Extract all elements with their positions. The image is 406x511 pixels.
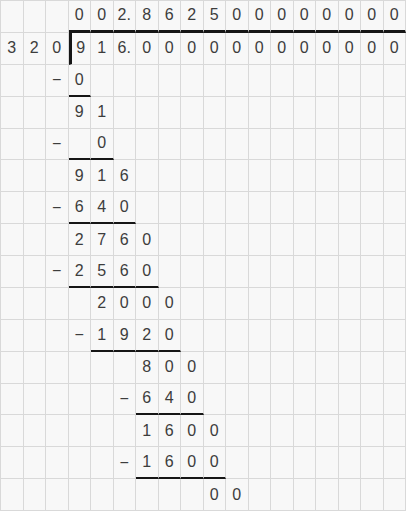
digit-cell: 6.	[114, 33, 137, 65]
empty-cell	[24, 352, 47, 384]
minus-sign: −	[69, 320, 92, 352]
empty-cell	[361, 97, 384, 129]
digit-cell: 4	[159, 384, 182, 416]
digit-cell: 3	[1, 33, 24, 65]
empty-cell	[24, 288, 47, 320]
empty-cell	[361, 447, 384, 479]
empty-cell	[339, 384, 362, 416]
empty-cell	[271, 256, 294, 288]
empty-cell	[384, 160, 406, 192]
empty-cell	[249, 224, 272, 256]
empty-cell	[226, 160, 249, 192]
digit-cell: 0	[181, 33, 204, 65]
digit-cell: 0	[204, 479, 227, 511]
empty-cell	[24, 256, 47, 288]
empty-cell	[294, 352, 317, 384]
digit-cell: 0	[159, 352, 182, 384]
empty-cell	[69, 129, 92, 161]
empty-cell	[204, 97, 227, 129]
empty-cell	[316, 65, 339, 97]
empty-cell	[249, 352, 272, 384]
empty-cell	[69, 288, 92, 320]
empty-cell	[1, 288, 24, 320]
empty-cell	[1, 256, 24, 288]
empty-cell	[384, 384, 406, 416]
digit-cell: 0	[294, 33, 317, 65]
empty-cell	[159, 97, 182, 129]
empty-cell	[181, 97, 204, 129]
digit-cell: 6	[114, 224, 137, 256]
empty-cell	[46, 97, 69, 129]
empty-cell	[294, 288, 317, 320]
digit-cell: 2	[69, 256, 92, 288]
empty-cell	[294, 65, 317, 97]
empty-cell	[271, 97, 294, 129]
empty-cell	[181, 129, 204, 161]
empty-cell	[339, 129, 362, 161]
digit-cell: 0	[226, 479, 249, 511]
empty-cell	[271, 224, 294, 256]
empty-cell	[46, 1, 69, 33]
empty-cell	[136, 65, 159, 97]
empty-cell	[1, 1, 24, 33]
empty-cell	[361, 288, 384, 320]
empty-cell	[114, 65, 137, 97]
empty-cell	[271, 415, 294, 447]
digit-cell: 0	[159, 320, 182, 352]
empty-cell	[339, 224, 362, 256]
digit-cell: 1	[91, 33, 114, 65]
digit-cell: 0	[181, 384, 204, 416]
empty-cell	[384, 192, 406, 224]
empty-cell	[339, 192, 362, 224]
empty-cell	[339, 352, 362, 384]
empty-cell	[181, 65, 204, 97]
empty-cell	[339, 65, 362, 97]
empty-cell	[114, 415, 137, 447]
digit-cell: 0	[69, 65, 92, 97]
digit-cell: 0	[136, 224, 159, 256]
empty-cell	[294, 97, 317, 129]
empty-cell	[384, 447, 406, 479]
empty-cell	[384, 320, 406, 352]
empty-cell	[46, 288, 69, 320]
empty-cell	[136, 129, 159, 161]
empty-cell	[361, 129, 384, 161]
empty-cell	[24, 192, 47, 224]
digit-cell: 8	[136, 1, 159, 33]
empty-cell	[316, 352, 339, 384]
division-board: 002.862500000000320916.000000000000−091−…	[0, 0, 406, 511]
digit-cell: 4	[91, 192, 114, 224]
empty-cell	[249, 97, 272, 129]
empty-cell	[24, 160, 47, 192]
empty-cell	[181, 320, 204, 352]
digit-cell: 1	[136, 447, 159, 479]
digit-cell: 2	[136, 320, 159, 352]
empty-cell	[249, 256, 272, 288]
empty-cell	[1, 129, 24, 161]
digit-cell: 0	[339, 1, 362, 33]
empty-cell	[294, 224, 317, 256]
digit-cell: 0	[114, 288, 137, 320]
digit-cell: 7	[91, 224, 114, 256]
empty-cell	[159, 192, 182, 224]
digit-cell: 1	[91, 160, 114, 192]
digit-cell: 0	[69, 1, 92, 33]
empty-cell	[316, 192, 339, 224]
empty-cell	[361, 352, 384, 384]
empty-cell	[271, 192, 294, 224]
empty-cell	[1, 479, 24, 511]
empty-cell	[249, 288, 272, 320]
empty-cell	[204, 256, 227, 288]
empty-cell	[69, 479, 92, 511]
empty-cell	[1, 65, 24, 97]
empty-cell	[361, 256, 384, 288]
empty-cell	[316, 97, 339, 129]
empty-cell	[1, 415, 24, 447]
empty-cell	[24, 65, 47, 97]
empty-cell	[361, 224, 384, 256]
empty-cell	[249, 447, 272, 479]
empty-cell	[384, 65, 406, 97]
empty-cell	[316, 160, 339, 192]
empty-cell	[226, 352, 249, 384]
empty-cell	[24, 415, 47, 447]
empty-cell	[24, 129, 47, 161]
empty-cell	[1, 447, 24, 479]
digit-cell: 0	[91, 129, 114, 161]
empty-cell	[204, 224, 227, 256]
digit-cell: 8	[136, 352, 159, 384]
empty-cell	[361, 192, 384, 224]
empty-cell	[159, 160, 182, 192]
digit-cell: 6	[114, 160, 137, 192]
empty-cell	[91, 479, 114, 511]
digit-cell: 9	[69, 33, 92, 65]
empty-cell	[339, 97, 362, 129]
empty-cell	[204, 320, 227, 352]
empty-cell	[181, 256, 204, 288]
empty-cell	[226, 192, 249, 224]
digit-cell: 0	[181, 415, 204, 447]
digit-cell: 0	[294, 1, 317, 33]
empty-cell	[384, 256, 406, 288]
empty-cell	[226, 415, 249, 447]
empty-cell	[271, 479, 294, 511]
empty-cell	[339, 447, 362, 479]
digit-cell: 0	[361, 1, 384, 33]
empty-cell	[114, 352, 137, 384]
digit-cell: 9	[114, 320, 137, 352]
empty-cell	[249, 384, 272, 416]
digit-cell: 0	[46, 33, 69, 65]
empty-cell	[159, 65, 182, 97]
digit-cell: 0	[136, 288, 159, 320]
digit-cell: 2.	[114, 1, 137, 33]
empty-cell	[1, 224, 24, 256]
empty-cell	[226, 129, 249, 161]
empty-cell	[1, 192, 24, 224]
digit-cell: 6	[159, 447, 182, 479]
empty-cell	[1, 352, 24, 384]
empty-cell	[316, 320, 339, 352]
empty-cell	[249, 160, 272, 192]
digit-cell: 0	[316, 1, 339, 33]
empty-cell	[271, 129, 294, 161]
empty-cell	[294, 320, 317, 352]
digit-cell: 9	[69, 160, 92, 192]
digit-cell: 6	[69, 192, 92, 224]
empty-cell	[294, 256, 317, 288]
empty-cell	[316, 129, 339, 161]
empty-cell	[361, 160, 384, 192]
digit-cell: 0	[204, 33, 227, 65]
empty-cell	[91, 65, 114, 97]
empty-cell	[294, 447, 317, 479]
empty-cell	[159, 224, 182, 256]
empty-cell	[316, 256, 339, 288]
empty-cell	[46, 415, 69, 447]
empty-cell	[46, 224, 69, 256]
digit-cell: 6	[114, 256, 137, 288]
empty-cell	[316, 288, 339, 320]
digit-cell: 0	[204, 447, 227, 479]
empty-cell	[316, 447, 339, 479]
digit-cell: 0	[249, 33, 272, 65]
minus-sign: −	[46, 65, 69, 97]
digit-cell: 1	[136, 415, 159, 447]
empty-cell	[69, 384, 92, 416]
empty-cell	[1, 160, 24, 192]
empty-cell	[46, 320, 69, 352]
digit-cell: 0	[361, 33, 384, 65]
empty-cell	[384, 288, 406, 320]
empty-cell	[226, 224, 249, 256]
empty-cell	[249, 415, 272, 447]
empty-cell	[384, 224, 406, 256]
empty-cell	[69, 352, 92, 384]
empty-cell	[204, 65, 227, 97]
empty-cell	[91, 415, 114, 447]
minus-sign: −	[114, 384, 137, 416]
digit-cell: 0	[136, 33, 159, 65]
empty-cell	[204, 129, 227, 161]
empty-cell	[91, 352, 114, 384]
empty-cell	[271, 447, 294, 479]
empty-cell	[339, 479, 362, 511]
empty-cell	[339, 288, 362, 320]
minus-sign: −	[114, 447, 137, 479]
digit-cell: 0	[136, 256, 159, 288]
empty-cell	[226, 97, 249, 129]
digit-cell: 2	[24, 33, 47, 65]
empty-cell	[339, 160, 362, 192]
empty-cell	[249, 479, 272, 511]
empty-cell	[361, 415, 384, 447]
empty-cell	[339, 415, 362, 447]
digit-cell: 6	[159, 415, 182, 447]
digit-cell: 0	[226, 33, 249, 65]
empty-cell	[136, 160, 159, 192]
empty-cell	[226, 256, 249, 288]
digit-cell: 0	[384, 1, 406, 33]
empty-cell	[271, 320, 294, 352]
empty-cell	[114, 97, 137, 129]
empty-cell	[181, 288, 204, 320]
empty-cell	[316, 224, 339, 256]
empty-cell	[159, 479, 182, 511]
empty-cell	[24, 384, 47, 416]
digit-cell: 6	[136, 384, 159, 416]
empty-cell	[24, 479, 47, 511]
empty-cell	[384, 352, 406, 384]
digit-cell: 0	[271, 1, 294, 33]
empty-cell	[181, 479, 204, 511]
empty-cell	[136, 97, 159, 129]
digit-cell: 6	[159, 1, 182, 33]
empty-cell	[249, 65, 272, 97]
empty-cell	[226, 447, 249, 479]
digit-cell: 0	[159, 288, 182, 320]
empty-cell	[1, 97, 24, 129]
empty-cell	[271, 384, 294, 416]
digit-cell: 0	[91, 1, 114, 33]
empty-cell	[226, 320, 249, 352]
digit-cell: 9	[69, 97, 92, 129]
empty-cell	[91, 384, 114, 416]
digit-cell: 1	[91, 97, 114, 129]
empty-cell	[249, 192, 272, 224]
empty-cell	[271, 65, 294, 97]
empty-cell	[204, 384, 227, 416]
minus-sign: −	[46, 192, 69, 224]
digit-cell: 0	[271, 33, 294, 65]
empty-cell	[181, 224, 204, 256]
empty-cell	[46, 160, 69, 192]
empty-cell	[361, 320, 384, 352]
digit-cell: 0	[181, 352, 204, 384]
empty-cell	[316, 384, 339, 416]
empty-cell	[339, 256, 362, 288]
empty-cell	[91, 447, 114, 479]
empty-cell	[181, 160, 204, 192]
empty-cell	[204, 192, 227, 224]
empty-cell	[316, 479, 339, 511]
digit-cell: 2	[181, 1, 204, 33]
empty-cell	[24, 1, 47, 33]
empty-cell	[204, 352, 227, 384]
empty-cell	[204, 288, 227, 320]
empty-cell	[159, 129, 182, 161]
empty-cell	[114, 129, 137, 161]
digit-cell: 0	[384, 33, 406, 65]
minus-sign: −	[46, 129, 69, 161]
empty-cell	[249, 320, 272, 352]
digit-cell: 0	[159, 33, 182, 65]
digit-cell: 0	[339, 33, 362, 65]
empty-cell	[1, 384, 24, 416]
empty-cell	[339, 320, 362, 352]
digit-cell: 0	[226, 1, 249, 33]
empty-cell	[204, 160, 227, 192]
empty-cell	[24, 224, 47, 256]
empty-cell	[271, 352, 294, 384]
empty-cell	[46, 384, 69, 416]
digit-cell: 5	[204, 1, 227, 33]
minus-sign: −	[46, 256, 69, 288]
empty-cell	[249, 129, 272, 161]
empty-cell	[226, 288, 249, 320]
empty-cell	[136, 479, 159, 511]
empty-cell	[226, 65, 249, 97]
empty-cell	[69, 415, 92, 447]
empty-cell	[24, 447, 47, 479]
empty-cell	[294, 415, 317, 447]
empty-cell	[294, 384, 317, 416]
empty-cell	[24, 97, 47, 129]
empty-cell	[46, 479, 69, 511]
digit-cell: 0	[114, 192, 137, 224]
digit-cell: 0	[181, 447, 204, 479]
empty-cell	[384, 415, 406, 447]
empty-cell	[384, 479, 406, 511]
digit-cell: 0	[249, 1, 272, 33]
empty-cell	[136, 192, 159, 224]
empty-cell	[294, 160, 317, 192]
empty-cell	[271, 288, 294, 320]
digit-cell: 5	[91, 256, 114, 288]
empty-cell	[384, 97, 406, 129]
digit-cell: 0	[316, 33, 339, 65]
empty-cell	[294, 192, 317, 224]
empty-cell	[361, 479, 384, 511]
empty-cell	[294, 479, 317, 511]
digit-cell: 2	[69, 224, 92, 256]
digit-cell: 1	[91, 320, 114, 352]
empty-cell	[226, 384, 249, 416]
empty-cell	[159, 256, 182, 288]
empty-cell	[24, 320, 47, 352]
empty-cell	[316, 415, 339, 447]
empty-cell	[361, 384, 384, 416]
empty-cell	[181, 192, 204, 224]
empty-cell	[294, 129, 317, 161]
empty-cell	[384, 129, 406, 161]
empty-cell	[1, 320, 24, 352]
empty-cell	[69, 447, 92, 479]
empty-cell	[361, 65, 384, 97]
empty-cell	[271, 160, 294, 192]
empty-cell	[114, 479, 137, 511]
digit-cell: 0	[204, 415, 227, 447]
empty-cell	[46, 447, 69, 479]
digit-cell: 2	[91, 288, 114, 320]
empty-cell	[46, 352, 69, 384]
